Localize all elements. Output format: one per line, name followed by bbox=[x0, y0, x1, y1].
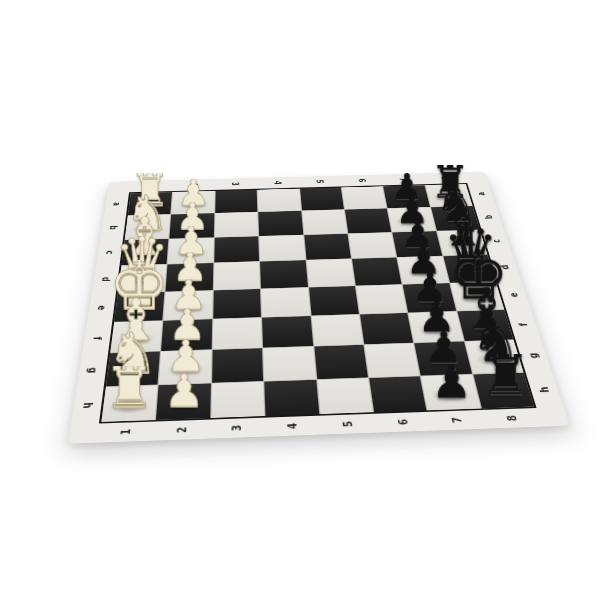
square-d5 bbox=[306, 259, 355, 287]
chess-mat: ♜♟♟♜♞♟♟♞♝♟♟♝♛♟♟♛♚♟♟♚♝♟♟♝♞♟♟♞♜♟♟♜ 1234567… bbox=[68, 172, 570, 444]
square-f7: ♟ bbox=[409, 311, 464, 342]
coord-right-c: c bbox=[490, 239, 503, 243]
square-b1: ♞ bbox=[125, 215, 171, 240]
square-c5 bbox=[304, 234, 351, 260]
piece-shadow bbox=[176, 198, 209, 210]
piece-shadow bbox=[399, 239, 436, 252]
square-e8: ♚ bbox=[450, 282, 504, 311]
square-a4 bbox=[258, 189, 301, 212]
square-f1: ♝ bbox=[110, 321, 162, 353]
coord-far-7: 7 bbox=[397, 177, 409, 181]
square-a8: ♜ bbox=[425, 184, 472, 207]
piece-shadow bbox=[167, 329, 206, 345]
square-a6 bbox=[342, 186, 387, 209]
piece-shadow bbox=[431, 191, 466, 202]
piece-shadow bbox=[108, 397, 151, 415]
square-a1: ♜ bbox=[128, 192, 172, 215]
coord-left-h: h bbox=[80, 402, 96, 408]
piece-shadow bbox=[124, 273, 161, 287]
coord-left-b: b bbox=[107, 225, 120, 229]
coord-far-1: 1 bbox=[145, 184, 157, 188]
coord-left-c: c bbox=[103, 251, 116, 255]
piece-shadow bbox=[120, 301, 159, 316]
coord-far-5: 5 bbox=[314, 180, 326, 184]
square-b2: ♟ bbox=[170, 214, 214, 239]
square-e4 bbox=[261, 287, 310, 317]
piece-shadow bbox=[473, 351, 516, 368]
piece-shadow bbox=[173, 246, 208, 259]
coord-left-e: e bbox=[95, 305, 109, 310]
piece-shadow bbox=[171, 272, 208, 286]
square-f6 bbox=[360, 313, 413, 344]
coord-right-e: e bbox=[507, 292, 521, 297]
square-b7: ♟ bbox=[388, 207, 436, 231]
piece-shadow bbox=[117, 331, 157, 347]
square-d1: ♛ bbox=[118, 264, 167, 292]
coord-front-5: 5 bbox=[340, 421, 356, 428]
coord-right-h: h bbox=[536, 387, 552, 393]
square-d2: ♟ bbox=[166, 263, 213, 291]
square-h2: ♟ bbox=[156, 383, 210, 420]
coord-front-3: 3 bbox=[230, 425, 245, 432]
piece-shadow bbox=[416, 321, 457, 337]
square-e3 bbox=[213, 289, 261, 319]
square-d3 bbox=[214, 262, 261, 290]
piece-shadow bbox=[444, 238, 481, 251]
photo-background: ♜♟♟♜♞♟♟♞♝♟♟♝♛♟♟♛♚♟♟♚♝♟♟♝♞♟♟♞♜♟♟♜ 1234567… bbox=[0, 0, 600, 600]
piece-shadow bbox=[175, 222, 209, 234]
coord-far-6: 6 bbox=[355, 179, 367, 183]
piece-shadow bbox=[113, 363, 154, 380]
square-g2: ♟ bbox=[159, 350, 211, 384]
square-b4 bbox=[258, 211, 302, 236]
square-b6 bbox=[345, 209, 392, 233]
square-h6 bbox=[369, 376, 427, 412]
square-c8: ♝ bbox=[437, 230, 488, 256]
piece-shadow bbox=[481, 384, 526, 402]
square-d7: ♟ bbox=[398, 256, 449, 284]
square-c3 bbox=[214, 236, 259, 262]
square-g5 bbox=[314, 345, 368, 379]
coord-far-3: 3 bbox=[230, 182, 242, 186]
piece-shadow bbox=[410, 292, 450, 307]
square-g3 bbox=[212, 348, 263, 382]
piece-shadow bbox=[133, 200, 167, 212]
coord-right-g: g bbox=[526, 353, 542, 359]
piece-shadow bbox=[165, 361, 205, 378]
square-d8: ♛ bbox=[443, 255, 495, 282]
piece-shadow bbox=[394, 215, 430, 227]
square-h3 bbox=[211, 381, 264, 418]
piece-shadow bbox=[429, 386, 473, 404]
coord-front-1: 1 bbox=[118, 429, 134, 436]
coord-front-7: 7 bbox=[450, 417, 466, 424]
square-b5 bbox=[302, 210, 348, 235]
square-f8: ♝ bbox=[457, 310, 513, 341]
square-h4 bbox=[264, 380, 318, 416]
square-d6 bbox=[352, 258, 402, 286]
square-h5 bbox=[317, 378, 373, 414]
piece-shadow bbox=[437, 214, 473, 226]
square-e5 bbox=[309, 286, 359, 316]
square-f5 bbox=[311, 315, 363, 347]
coord-left-a: a bbox=[111, 202, 123, 206]
square-c6 bbox=[348, 232, 396, 258]
coord-right-b: b bbox=[482, 215, 495, 219]
square-a3 bbox=[215, 190, 257, 213]
square-h8: ♜ bbox=[473, 373, 534, 409]
square-c2: ♟ bbox=[168, 238, 214, 264]
piece-shadow bbox=[389, 193, 424, 204]
piece-shadow bbox=[130, 223, 165, 235]
square-b3 bbox=[215, 212, 259, 237]
coord-right-f: f bbox=[516, 323, 530, 326]
coord-left-f: f bbox=[90, 336, 104, 340]
coord-right-a: a bbox=[475, 192, 488, 196]
square-g4 bbox=[263, 347, 315, 381]
coord-far-4: 4 bbox=[272, 181, 284, 185]
coord-right-d: d bbox=[498, 265, 512, 270]
square-e1: ♚ bbox=[114, 292, 165, 322]
coord-far-8: 8 bbox=[439, 176, 451, 180]
coord-far-2: 2 bbox=[187, 183, 199, 187]
square-c4 bbox=[259, 235, 305, 261]
piece-shadow bbox=[450, 264, 489, 278]
coord-left-g: g bbox=[85, 368, 100, 374]
piece-shadow bbox=[422, 353, 464, 370]
square-a2: ♟ bbox=[172, 191, 215, 214]
coord-front-2: 2 bbox=[174, 427, 189, 434]
square-a5 bbox=[300, 187, 344, 210]
square-e6 bbox=[356, 284, 408, 313]
coord-front-6: 6 bbox=[395, 419, 411, 426]
square-g6 bbox=[364, 343, 420, 377]
piece-shadow bbox=[457, 291, 497, 306]
board-grid: ♜♟♟♜♞♟♟♞♝♟♟♝♛♟♟♛♚♟♟♚♝♟♟♝♞♟♟♞♜♟♟♜ bbox=[99, 183, 537, 423]
square-f3 bbox=[212, 318, 262, 350]
piece-shadow bbox=[404, 265, 442, 279]
square-a7: ♟ bbox=[383, 185, 429, 208]
coord-left-d: d bbox=[99, 277, 113, 282]
square-e7: ♟ bbox=[403, 283, 456, 312]
square-c1: ♝ bbox=[122, 239, 169, 265]
square-c7: ♟ bbox=[393, 231, 442, 257]
square-f2: ♟ bbox=[161, 319, 211, 351]
board-scene: ♜♟♟♜♞♟♟♞♝♟♟♝♛♟♟♛♚♟♟♚♝♟♟♝♞♟♟♞♜♟♟♜ 1234567… bbox=[93, 72, 523, 502]
square-h1: ♜ bbox=[101, 385, 157, 422]
square-g1: ♞ bbox=[106, 352, 160, 386]
piece-shadow bbox=[127, 247, 163, 260]
piece-shadow bbox=[169, 300, 207, 315]
piece-shadow bbox=[163, 395, 205, 413]
square-h7: ♟ bbox=[421, 374, 480, 410]
square-b8: ♞ bbox=[431, 206, 480, 230]
coord-front-8: 8 bbox=[504, 415, 520, 421]
square-g7: ♟ bbox=[415, 342, 472, 376]
piece-shadow bbox=[465, 320, 507, 336]
square-f4 bbox=[262, 316, 313, 348]
coord-front-4: 4 bbox=[285, 423, 300, 430]
square-e2: ♟ bbox=[164, 290, 213, 320]
square-g8: ♞ bbox=[465, 340, 524, 373]
square-d4 bbox=[260, 260, 307, 288]
